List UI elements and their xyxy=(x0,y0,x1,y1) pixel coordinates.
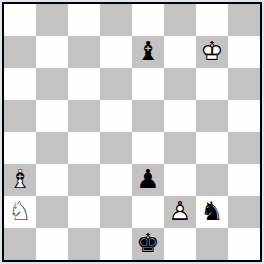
square-c7[interactable] xyxy=(68,36,100,68)
square-c1[interactable] xyxy=(68,228,100,260)
piece-bP-e3: ♟ xyxy=(132,164,164,196)
square-d1[interactable] xyxy=(100,228,132,260)
square-a6[interactable] xyxy=(4,68,36,100)
square-h5[interactable] xyxy=(228,100,260,132)
piece-bK-e1: ♚ xyxy=(132,228,164,260)
square-a3[interactable]: ♝♗ xyxy=(4,164,36,196)
square-b8[interactable] xyxy=(36,4,68,36)
square-e6[interactable] xyxy=(132,68,164,100)
square-g2[interactable]: ♞ xyxy=(196,196,228,228)
square-f4[interactable] xyxy=(164,132,196,164)
square-c8[interactable] xyxy=(68,4,100,36)
square-d8[interactable] xyxy=(100,4,132,36)
square-b1[interactable] xyxy=(36,228,68,260)
square-g3[interactable] xyxy=(196,164,228,196)
square-c2[interactable] xyxy=(68,196,100,228)
square-h2[interactable] xyxy=(228,196,260,228)
piece-wK-g7: ♚♔ xyxy=(196,36,228,68)
square-e4[interactable] xyxy=(132,132,164,164)
square-g7[interactable]: ♚♔ xyxy=(196,36,228,68)
white-piece-outline-glyph: ♘ xyxy=(4,196,36,228)
square-b5[interactable] xyxy=(36,100,68,132)
square-f8[interactable] xyxy=(164,4,196,36)
square-g1[interactable] xyxy=(196,228,228,260)
square-f1[interactable] xyxy=(164,228,196,260)
square-d3[interactable] xyxy=(100,164,132,196)
square-h1[interactable] xyxy=(228,228,260,260)
square-h6[interactable] xyxy=(228,68,260,100)
square-f6[interactable] xyxy=(164,68,196,100)
square-h8[interactable] xyxy=(228,4,260,36)
square-d2[interactable] xyxy=(100,196,132,228)
square-b4[interactable] xyxy=(36,132,68,164)
square-b7[interactable] xyxy=(36,36,68,68)
chessboard-frame: ♝♚♔♝♗♟♞♘♟♙♞♚ xyxy=(0,0,264,264)
square-c6[interactable] xyxy=(68,68,100,100)
white-piece-outline-glyph: ♔ xyxy=(196,36,228,68)
square-c4[interactable] xyxy=(68,132,100,164)
square-b2[interactable] xyxy=(36,196,68,228)
square-f5[interactable] xyxy=(164,100,196,132)
square-a4[interactable] xyxy=(4,132,36,164)
square-h3[interactable] xyxy=(228,164,260,196)
piece-wN-a2: ♞♘ xyxy=(4,196,36,228)
square-d7[interactable] xyxy=(100,36,132,68)
square-a5[interactable] xyxy=(4,100,36,132)
square-e8[interactable] xyxy=(132,4,164,36)
square-c5[interactable] xyxy=(68,100,100,132)
square-e5[interactable] xyxy=(132,100,164,132)
piece-wP-f2: ♟♙ xyxy=(164,196,196,228)
square-a7[interactable] xyxy=(4,36,36,68)
square-d6[interactable] xyxy=(100,68,132,100)
square-f3[interactable] xyxy=(164,164,196,196)
square-h7[interactable] xyxy=(228,36,260,68)
square-a2[interactable]: ♞♘ xyxy=(4,196,36,228)
square-e7[interactable]: ♝ xyxy=(132,36,164,68)
white-piece-outline-glyph: ♙ xyxy=(164,196,196,228)
square-a1[interactable] xyxy=(4,228,36,260)
square-e3[interactable]: ♟ xyxy=(132,164,164,196)
square-g5[interactable] xyxy=(196,100,228,132)
square-g4[interactable] xyxy=(196,132,228,164)
square-e2[interactable] xyxy=(132,196,164,228)
square-d5[interactable] xyxy=(100,100,132,132)
square-f2[interactable]: ♟♙ xyxy=(164,196,196,228)
piece-wB-a3: ♝♗ xyxy=(4,164,36,196)
square-h4[interactable] xyxy=(228,132,260,164)
square-g8[interactable] xyxy=(196,4,228,36)
square-d4[interactable] xyxy=(100,132,132,164)
white-piece-outline-glyph: ♗ xyxy=(4,164,36,196)
square-c3[interactable] xyxy=(68,164,100,196)
square-b3[interactable] xyxy=(36,164,68,196)
piece-bN-g2: ♞ xyxy=(196,196,228,228)
chessboard: ♝♚♔♝♗♟♞♘♟♙♞♚ xyxy=(2,2,262,262)
square-f7[interactable] xyxy=(164,36,196,68)
square-e1[interactable]: ♚ xyxy=(132,228,164,260)
square-g6[interactable] xyxy=(196,68,228,100)
square-a8[interactable] xyxy=(4,4,36,36)
piece-bB-e7: ♝ xyxy=(132,36,164,68)
square-b6[interactable] xyxy=(36,68,68,100)
